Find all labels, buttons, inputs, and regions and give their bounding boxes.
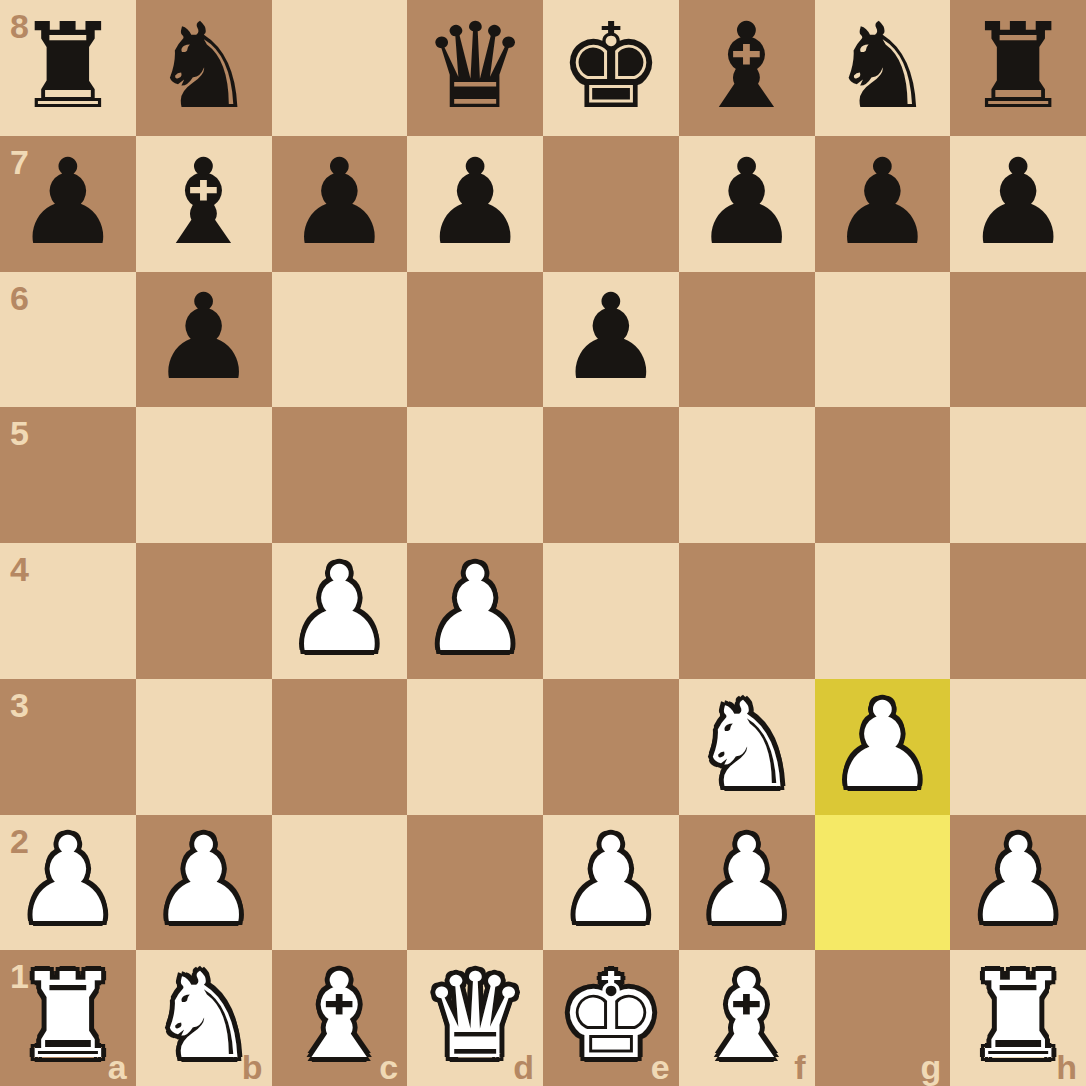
- square-h8[interactable]: ♜: [950, 0, 1086, 136]
- piece-black-pawn-d7[interactable]: ♟: [422, 143, 528, 261]
- square-h6[interactable]: [950, 272, 1086, 408]
- piece-black-queen-d8[interactable]: ♛: [422, 7, 528, 125]
- square-h3[interactable]: [950, 679, 1086, 815]
- square-c4[interactable]: ♟: [272, 543, 408, 679]
- piece-black-bishop-b7[interactable]: ♝: [151, 143, 257, 261]
- square-e4[interactable]: [543, 543, 679, 679]
- piece-black-knight-b8[interactable]: ♞: [151, 7, 257, 125]
- square-b1[interactable]: ♞b: [136, 950, 272, 1086]
- piece-black-king-e8[interactable]: ♚: [558, 7, 664, 125]
- piece-white-king-e1[interactable]: ♚: [558, 957, 664, 1075]
- piece-black-rook-a8[interactable]: ♜: [15, 7, 121, 125]
- square-e7[interactable]: [543, 136, 679, 272]
- square-g5[interactable]: [815, 407, 951, 543]
- file-label-b: b: [242, 1050, 263, 1084]
- square-g7[interactable]: ♟: [815, 136, 951, 272]
- square-f8[interactable]: ♝: [679, 0, 815, 136]
- rank-label-5: 5: [10, 416, 29, 450]
- piece-white-pawn-b2[interactable]: ♟: [151, 821, 257, 939]
- piece-white-pawn-e2[interactable]: ♟: [558, 821, 664, 939]
- piece-white-pawn-a2[interactable]: ♟: [15, 821, 121, 939]
- piece-white-rook-a1[interactable]: ♜: [15, 957, 121, 1075]
- square-h7[interactable]: ♟: [950, 136, 1086, 272]
- square-c3[interactable]: [272, 679, 408, 815]
- rank-label-7: 7: [10, 145, 29, 179]
- rank-label-8: 8: [10, 9, 29, 43]
- square-h2[interactable]: ♟: [950, 815, 1086, 951]
- square-a8[interactable]: ♜8: [0, 0, 136, 136]
- square-a6[interactable]: 6: [0, 272, 136, 408]
- piece-black-pawn-e6[interactable]: ♟: [558, 278, 664, 396]
- square-h5[interactable]: [950, 407, 1086, 543]
- piece-white-rook-h1[interactable]: ♜: [965, 957, 1071, 1075]
- square-e3[interactable]: [543, 679, 679, 815]
- square-e1[interactable]: ♚e: [543, 950, 679, 1086]
- square-h1[interactable]: ♜h: [950, 950, 1086, 1086]
- square-c2[interactable]: [272, 815, 408, 951]
- square-d2[interactable]: [407, 815, 543, 951]
- file-label-a: a: [108, 1050, 127, 1084]
- piece-white-pawn-f2[interactable]: ♟: [694, 821, 800, 939]
- piece-white-knight-b1[interactable]: ♞: [151, 957, 257, 1075]
- square-e8[interactable]: ♚: [543, 0, 679, 136]
- square-d5[interactable]: [407, 407, 543, 543]
- square-d6[interactable]: [407, 272, 543, 408]
- square-b2[interactable]: ♟: [136, 815, 272, 951]
- square-f4[interactable]: [679, 543, 815, 679]
- file-label-h: h: [1056, 1050, 1077, 1084]
- square-a1[interactable]: ♜1a: [0, 950, 136, 1086]
- piece-black-pawn-g7[interactable]: ♟: [829, 143, 935, 261]
- square-b6[interactable]: ♟: [136, 272, 272, 408]
- square-c1[interactable]: ♝c: [272, 950, 408, 1086]
- piece-black-pawn-h7[interactable]: ♟: [965, 143, 1071, 261]
- square-c5[interactable]: [272, 407, 408, 543]
- file-label-e: e: [651, 1050, 670, 1084]
- square-g4[interactable]: [815, 543, 951, 679]
- piece-white-pawn-h2[interactable]: ♟: [965, 821, 1071, 939]
- square-e6[interactable]: ♟: [543, 272, 679, 408]
- piece-black-rook-h8[interactable]: ♜: [965, 7, 1071, 125]
- piece-white-knight-f3[interactable]: ♞: [694, 686, 800, 804]
- piece-black-pawn-a7[interactable]: ♟: [15, 143, 121, 261]
- piece-white-queen-d1[interactable]: ♛: [422, 957, 528, 1075]
- square-d1[interactable]: ♛d: [407, 950, 543, 1086]
- square-f2[interactable]: ♟: [679, 815, 815, 951]
- square-g3[interactable]: ♟: [815, 679, 951, 815]
- square-c7[interactable]: ♟: [272, 136, 408, 272]
- piece-white-bishop-f1[interactable]: ♝: [694, 957, 800, 1075]
- file-label-g: g: [920, 1050, 941, 1084]
- square-a3[interactable]: 3: [0, 679, 136, 815]
- square-a4[interactable]: 4: [0, 543, 136, 679]
- square-f6[interactable]: [679, 272, 815, 408]
- square-b7[interactable]: ♝: [136, 136, 272, 272]
- rank-label-3: 3: [10, 688, 29, 722]
- square-b8[interactable]: ♞: [136, 0, 272, 136]
- square-a5[interactable]: 5: [0, 407, 136, 543]
- square-g6[interactable]: [815, 272, 951, 408]
- rank-label-1: 1: [10, 959, 29, 993]
- piece-white-pawn-g3[interactable]: ♟: [829, 686, 935, 804]
- square-d3[interactable]: [407, 679, 543, 815]
- file-label-d: d: [513, 1050, 534, 1084]
- piece-white-bishop-c1[interactable]: ♝: [286, 957, 392, 1075]
- square-g2[interactable]: [815, 815, 951, 951]
- square-a2[interactable]: ♟2: [0, 815, 136, 951]
- square-c8[interactable]: [272, 0, 408, 136]
- square-h4[interactable]: [950, 543, 1086, 679]
- square-f3[interactable]: ♞: [679, 679, 815, 815]
- rank-label-4: 4: [10, 552, 29, 586]
- square-g8[interactable]: ♞: [815, 0, 951, 136]
- piece-white-pawn-d4[interactable]: ♟: [422, 550, 528, 668]
- rank-label-6: 6: [10, 281, 29, 315]
- square-d8[interactable]: ♛: [407, 0, 543, 136]
- square-f1[interactable]: ♝f: [679, 950, 815, 1086]
- square-b5[interactable]: [136, 407, 272, 543]
- square-f7[interactable]: ♟: [679, 136, 815, 272]
- piece-black-pawn-f7[interactable]: ♟: [694, 143, 800, 261]
- piece-black-pawn-b6[interactable]: ♟: [151, 278, 257, 396]
- square-b4[interactable]: [136, 543, 272, 679]
- piece-white-pawn-c4[interactable]: ♟: [286, 550, 392, 668]
- piece-black-knight-g8[interactable]: ♞: [829, 7, 935, 125]
- square-e2[interactable]: ♟: [543, 815, 679, 951]
- square-a7[interactable]: ♟7: [0, 136, 136, 272]
- rank-label-2: 2: [10, 824, 29, 858]
- file-label-f: f: [794, 1050, 805, 1084]
- piece-black-bishop-f8[interactable]: ♝: [694, 7, 800, 125]
- square-c6[interactable]: [272, 272, 408, 408]
- chess-board: ♜8♞♛♚♝♞♜♟7♝♟♟♟♟♟6♟♟54♟♟3♞♟♟2♟♟♟♟♜1a♞b♝c♛…: [0, 0, 1086, 1086]
- square-f5[interactable]: [679, 407, 815, 543]
- square-g1[interactable]: g: [815, 950, 951, 1086]
- piece-black-pawn-c7[interactable]: ♟: [286, 143, 392, 261]
- square-e5[interactable]: [543, 407, 679, 543]
- square-d4[interactable]: ♟: [407, 543, 543, 679]
- square-b3[interactable]: [136, 679, 272, 815]
- file-label-c: c: [379, 1050, 398, 1084]
- square-d7[interactable]: ♟: [407, 136, 543, 272]
